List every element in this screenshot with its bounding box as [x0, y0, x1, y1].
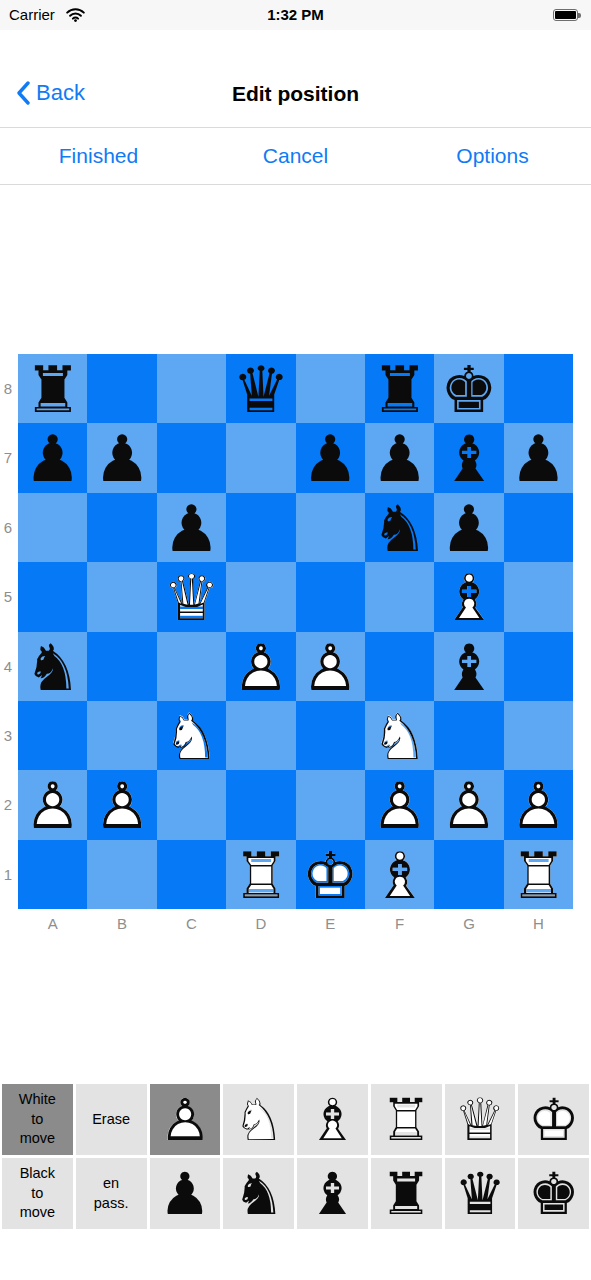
- palette-black-king: ♚: [518, 1158, 589, 1229]
- square-a5[interactable]: [18, 562, 87, 631]
- rank-label: 6: [0, 493, 16, 562]
- square-g3[interactable]: [434, 701, 503, 770]
- square-g7[interactable]: ♝: [434, 423, 503, 492]
- square-e1[interactable]: ♚♔: [296, 840, 365, 909]
- square-f3[interactable]: ♞♘: [365, 701, 434, 770]
- square-h2[interactable]: ♟♙: [504, 770, 573, 839]
- white-pawn: ♟♙: [365, 770, 434, 839]
- square-f1[interactable]: ♝♗: [365, 840, 434, 909]
- white-bishop: ♝♗: [365, 840, 434, 909]
- black-pawn: ♟: [18, 423, 87, 492]
- palette-label: Erase: [92, 1110, 130, 1130]
- square-d5[interactable]: [226, 562, 295, 631]
- battery-icon: [553, 9, 578, 21]
- en-passant-button[interactable]: en pass.: [76, 1158, 147, 1229]
- square-e2[interactable]: [296, 770, 365, 839]
- square-g1[interactable]: [434, 840, 503, 909]
- square-e3[interactable]: [296, 701, 365, 770]
- square-e8[interactable]: [296, 354, 365, 423]
- square-d6[interactable]: [226, 493, 295, 562]
- square-b1[interactable]: [87, 840, 156, 909]
- square-e4[interactable]: ♟♙: [296, 632, 365, 701]
- black-pawn: ♟: [296, 423, 365, 492]
- black-king: ♚: [434, 354, 503, 423]
- palette-black-pawn: ♟: [150, 1158, 221, 1229]
- rank-label: 3: [0, 701, 16, 770]
- square-d2[interactable]: [226, 770, 295, 839]
- palette-black-pawn-button[interactable]: ♟: [150, 1158, 221, 1229]
- erase-button[interactable]: Erase: [76, 1084, 147, 1155]
- toolbar: Finished Cancel Options: [0, 127, 591, 185]
- square-a3[interactable]: [18, 701, 87, 770]
- file-labels: ABCDEFGH: [18, 911, 573, 937]
- chess-board: ♜♛♜♚♟♟♟♟♝♟♟♞♟♛♕♝♗♞♟♙♟♙♝♞♘♞♘♟♙♟♙♟♙♟♙♟♙♜♖♚…: [18, 354, 573, 909]
- file-label: A: [18, 911, 87, 937]
- square-e7[interactable]: ♟: [296, 423, 365, 492]
- square-f8[interactable]: ♜: [365, 354, 434, 423]
- rank-label: 8: [0, 354, 16, 423]
- square-c7[interactable]: [157, 423, 226, 492]
- palette-black-king-button[interactable]: ♚: [518, 1158, 589, 1229]
- square-d7[interactable]: [226, 423, 295, 492]
- square-c1[interactable]: [157, 840, 226, 909]
- square-c4[interactable]: [157, 632, 226, 701]
- white-pawn: ♟♙: [87, 770, 156, 839]
- palette-white-queen-button[interactable]: ♛♕: [445, 1084, 516, 1155]
- square-f6[interactable]: ♞: [365, 493, 434, 562]
- palette-white-knight-button[interactable]: ♞♘: [223, 1084, 294, 1155]
- palette-black-bishop: ♝: [297, 1158, 368, 1229]
- square-d8[interactable]: ♛: [226, 354, 295, 423]
- palette-black-knight-button[interactable]: ♞: [223, 1158, 294, 1229]
- file-label: D: [226, 911, 295, 937]
- square-d3[interactable]: [226, 701, 295, 770]
- square-a6[interactable]: [18, 493, 87, 562]
- black-pawn: ♟: [434, 493, 503, 562]
- file-label: G: [434, 911, 503, 937]
- white-bishop: ♝♗: [434, 562, 503, 631]
- palette-white-rook: ♜♖: [371, 1084, 442, 1155]
- square-b5[interactable]: [87, 562, 156, 631]
- black-pawn: ♟: [87, 423, 156, 492]
- square-c5[interactable]: ♛♕: [157, 562, 226, 631]
- black-knight: ♞: [365, 493, 434, 562]
- square-b2[interactable]: ♟♙: [87, 770, 156, 839]
- square-a7[interactable]: ♟: [18, 423, 87, 492]
- square-a2[interactable]: ♟♙: [18, 770, 87, 839]
- white-rook: ♜♖: [504, 840, 573, 909]
- square-c2[interactable]: [157, 770, 226, 839]
- square-a1[interactable]: [18, 840, 87, 909]
- square-h3[interactable]: [504, 701, 573, 770]
- black-rook: ♜: [18, 354, 87, 423]
- black-queen: ♛: [226, 354, 295, 423]
- white-pawn: ♟♙: [226, 632, 295, 701]
- white-to-move-button[interactable]: White to move: [2, 1084, 73, 1155]
- square-e6[interactable]: [296, 493, 365, 562]
- palette-white-queen: ♛♕: [445, 1084, 516, 1155]
- palette-label: White to move: [19, 1090, 56, 1149]
- palette-black-knight: ♞: [223, 1158, 294, 1229]
- rank-label: 5: [0, 562, 16, 631]
- palette-label: en pass.: [94, 1174, 129, 1213]
- rank-label: 4: [0, 632, 16, 701]
- square-a8[interactable]: ♜: [18, 354, 87, 423]
- square-h5[interactable]: [504, 562, 573, 631]
- square-b3[interactable]: [87, 701, 156, 770]
- file-label: C: [157, 911, 226, 937]
- piece-palette: White to moveErase♟♙♞♘♝♗♜♖♛♕♚♔Black to m…: [2, 1084, 589, 1229]
- options-button[interactable]: Options: [394, 144, 591, 168]
- white-pawn: ♟♙: [296, 632, 365, 701]
- square-f2[interactable]: ♟♙: [365, 770, 434, 839]
- clock-time: 1:32 PM: [0, 6, 591, 23]
- square-h7[interactable]: ♟: [504, 423, 573, 492]
- file-label: F: [365, 911, 434, 937]
- file-label: B: [87, 911, 156, 937]
- palette-white-king: ♚♔: [518, 1084, 589, 1155]
- status-bar: Carrier 1:32 PM: [0, 0, 591, 30]
- file-label: E: [296, 911, 365, 937]
- white-queen: ♛♕: [157, 562, 226, 631]
- square-h6[interactable]: [504, 493, 573, 562]
- finished-button[interactable]: Finished: [0, 144, 197, 168]
- square-a4[interactable]: ♞: [18, 632, 87, 701]
- cancel-button[interactable]: Cancel: [197, 144, 394, 168]
- white-pawn: ♟♙: [504, 770, 573, 839]
- square-b6[interactable]: [87, 493, 156, 562]
- palette-black-bishop-button[interactable]: ♝: [297, 1158, 368, 1229]
- palette-white-knight: ♞♘: [223, 1084, 294, 1155]
- white-pawn: ♟♙: [18, 770, 87, 839]
- square-g8[interactable]: ♚: [434, 354, 503, 423]
- palette-white-rook-button[interactable]: ♜♖: [371, 1084, 442, 1155]
- palette-black-queen-button[interactable]: ♛: [445, 1158, 516, 1229]
- square-h1[interactable]: ♜♖: [504, 840, 573, 909]
- square-g5[interactable]: ♝♗: [434, 562, 503, 631]
- black-rook: ♜: [365, 354, 434, 423]
- palette-white-bishop-button[interactable]: ♝♗: [297, 1084, 368, 1155]
- palette-white-pawn-button[interactable]: ♟♙: [150, 1084, 221, 1155]
- square-g4[interactable]: ♝: [434, 632, 503, 701]
- rank-label: 7: [0, 423, 16, 492]
- square-b7[interactable]: ♟: [87, 423, 156, 492]
- square-c8[interactable]: [157, 354, 226, 423]
- palette-black-rook: ♜: [371, 1158, 442, 1229]
- page-title: Edit position: [0, 82, 591, 106]
- square-g6[interactable]: ♟: [434, 493, 503, 562]
- white-knight: ♞♘: [157, 701, 226, 770]
- square-h4[interactable]: [504, 632, 573, 701]
- black-bishop: ♝: [434, 632, 503, 701]
- palette-white-bishop: ♝♗: [297, 1084, 368, 1155]
- black-to-move-button[interactable]: Black to move: [2, 1158, 73, 1229]
- square-b8[interactable]: [87, 354, 156, 423]
- black-knight: ♞: [18, 632, 87, 701]
- square-d1[interactable]: ♜♖: [226, 840, 295, 909]
- square-f4[interactable]: [365, 632, 434, 701]
- white-pawn: ♟♙: [434, 770, 503, 839]
- white-rook: ♜♖: [226, 840, 295, 909]
- black-pawn: ♟: [365, 423, 434, 492]
- square-h8[interactable]: [504, 354, 573, 423]
- square-f5[interactable]: [365, 562, 434, 631]
- black-pawn: ♟: [504, 423, 573, 492]
- rank-label: 2: [0, 770, 16, 839]
- black-bishop: ♝: [434, 423, 503, 492]
- palette-white-king-button[interactable]: ♚♔: [518, 1084, 589, 1155]
- square-b4[interactable]: [87, 632, 156, 701]
- black-pawn: ♟: [157, 493, 226, 562]
- square-c6[interactable]: ♟: [157, 493, 226, 562]
- palette-label: Black to move: [20, 1164, 55, 1223]
- square-e5[interactable]: [296, 562, 365, 631]
- square-f7[interactable]: ♟: [365, 423, 434, 492]
- palette-white-pawn: ♟♙: [150, 1084, 221, 1155]
- square-g2[interactable]: ♟♙: [434, 770, 503, 839]
- rank-label: 1: [0, 840, 16, 909]
- white-king: ♚♔: [296, 840, 365, 909]
- file-label: H: [504, 911, 573, 937]
- palette-black-rook-button[interactable]: ♜: [371, 1158, 442, 1229]
- white-knight: ♞♘: [365, 701, 434, 770]
- square-d4[interactable]: ♟♙: [226, 632, 295, 701]
- square-c3[interactable]: ♞♘: [157, 701, 226, 770]
- palette-black-queen: ♛: [445, 1158, 516, 1229]
